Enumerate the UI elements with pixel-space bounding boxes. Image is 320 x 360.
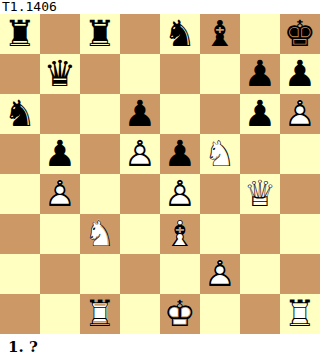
square-e2[interactable] xyxy=(160,254,200,294)
white-rook: ♖ xyxy=(280,294,320,334)
square-b4[interactable]: ♟♙ xyxy=(40,174,80,214)
black-pawn: ♟ xyxy=(40,134,80,174)
square-b6[interactable] xyxy=(40,94,80,134)
square-g3[interactable] xyxy=(240,214,280,254)
square-h1[interactable]: ♜♖ xyxy=(280,294,320,334)
square-d8[interactable] xyxy=(120,14,160,54)
black-bishop: ♝ xyxy=(200,14,240,54)
white-pawn: ♙ xyxy=(120,134,160,174)
black-pawn: ♟ xyxy=(240,94,280,134)
black-pawn: ♟ xyxy=(160,134,200,174)
black-queen: ♛ xyxy=(40,54,80,94)
square-d2[interactable] xyxy=(120,254,160,294)
square-g8[interactable] xyxy=(240,14,280,54)
square-e7[interactable] xyxy=(160,54,200,94)
square-c8[interactable]: ♜ xyxy=(80,14,120,54)
white-rook: ♖ xyxy=(80,294,120,334)
square-c2[interactable] xyxy=(80,254,120,294)
square-a6[interactable]: ♞ xyxy=(0,94,40,134)
square-c3[interactable]: ♞♘ xyxy=(80,214,120,254)
white-pawn: ♙ xyxy=(280,94,320,134)
black-rook: ♜ xyxy=(0,14,40,54)
square-g4[interactable]: ♛♕ xyxy=(240,174,280,214)
square-a1[interactable] xyxy=(0,294,40,334)
square-d3[interactable] xyxy=(120,214,160,254)
chess-board: ♜♜♞♝♚♛♟♟♞♟♟♟♙♟♟♙♟♞♘♟♙♟♙♛♕♞♘♝♗♟♙♜♖♚♔♜♖ xyxy=(0,14,320,334)
square-e1[interactable]: ♚♔ xyxy=(160,294,200,334)
square-a2[interactable] xyxy=(0,254,40,294)
square-b2[interactable] xyxy=(40,254,80,294)
square-e5[interactable]: ♟ xyxy=(160,134,200,174)
white-queen: ♕ xyxy=(240,174,280,214)
white-bishop: ♗ xyxy=(160,214,200,254)
square-h5[interactable] xyxy=(280,134,320,174)
square-h4[interactable] xyxy=(280,174,320,214)
square-c4[interactable] xyxy=(80,174,120,214)
square-c6[interactable] xyxy=(80,94,120,134)
square-g1[interactable] xyxy=(240,294,280,334)
white-pawn: ♙ xyxy=(160,174,200,214)
square-e3[interactable]: ♝♗ xyxy=(160,214,200,254)
square-d4[interactable] xyxy=(120,174,160,214)
square-f8[interactable]: ♝ xyxy=(200,14,240,54)
square-b8[interactable] xyxy=(40,14,80,54)
square-d5[interactable]: ♟♙ xyxy=(120,134,160,174)
square-g2[interactable] xyxy=(240,254,280,294)
square-c7[interactable] xyxy=(80,54,120,94)
square-g7[interactable]: ♟ xyxy=(240,54,280,94)
square-d7[interactable] xyxy=(120,54,160,94)
square-g5[interactable] xyxy=(240,134,280,174)
square-a5[interactable] xyxy=(0,134,40,174)
white-pawn: ♙ xyxy=(200,254,240,294)
square-a7[interactable] xyxy=(0,54,40,94)
square-f6[interactable] xyxy=(200,94,240,134)
square-b5[interactable]: ♟ xyxy=(40,134,80,174)
square-b3[interactable] xyxy=(40,214,80,254)
white-knight: ♘ xyxy=(80,214,120,254)
white-king: ♔ xyxy=(160,294,200,334)
square-d1[interactable] xyxy=(120,294,160,334)
square-b1[interactable] xyxy=(40,294,80,334)
square-e8[interactable]: ♞ xyxy=(160,14,200,54)
square-e4[interactable]: ♟♙ xyxy=(160,174,200,214)
square-d6[interactable]: ♟ xyxy=(120,94,160,134)
puzzle-id-label: T1.1406 xyxy=(2,0,57,14)
square-h6[interactable]: ♟♙ xyxy=(280,94,320,134)
square-e6[interactable] xyxy=(160,94,200,134)
square-f7[interactable] xyxy=(200,54,240,94)
black-pawn: ♟ xyxy=(240,54,280,94)
square-a4[interactable] xyxy=(0,174,40,214)
square-f2[interactable]: ♟♙ xyxy=(200,254,240,294)
square-f3[interactable] xyxy=(200,214,240,254)
square-a3[interactable] xyxy=(0,214,40,254)
square-a8[interactable]: ♜ xyxy=(0,14,40,54)
black-knight: ♞ xyxy=(0,94,40,134)
move-prompt-label: 1. ? xyxy=(8,336,38,360)
white-pawn: ♙ xyxy=(40,174,80,214)
square-h3[interactable] xyxy=(280,214,320,254)
black-king: ♚ xyxy=(280,14,320,54)
square-h8[interactable]: ♚ xyxy=(280,14,320,54)
black-rook: ♜ xyxy=(80,14,120,54)
square-f4[interactable] xyxy=(200,174,240,214)
square-f1[interactable] xyxy=(200,294,240,334)
square-c5[interactable] xyxy=(80,134,120,174)
black-pawn: ♟ xyxy=(120,94,160,134)
square-g6[interactable]: ♟ xyxy=(240,94,280,134)
square-c1[interactable]: ♜♖ xyxy=(80,294,120,334)
black-pawn: ♟ xyxy=(280,54,320,94)
square-f5[interactable]: ♞♘ xyxy=(200,134,240,174)
square-b7[interactable]: ♛ xyxy=(40,54,80,94)
white-knight: ♘ xyxy=(200,134,240,174)
chess-puzzle-screen: T1.1406 ♜♜♞♝♚♛♟♟♞♟♟♟♙♟♟♙♟♞♘♟♙♟♙♛♕♞♘♝♗♟♙♜… xyxy=(0,0,320,360)
black-knight: ♞ xyxy=(160,14,200,54)
square-h7[interactable]: ♟ xyxy=(280,54,320,94)
square-h2[interactable] xyxy=(280,254,320,294)
